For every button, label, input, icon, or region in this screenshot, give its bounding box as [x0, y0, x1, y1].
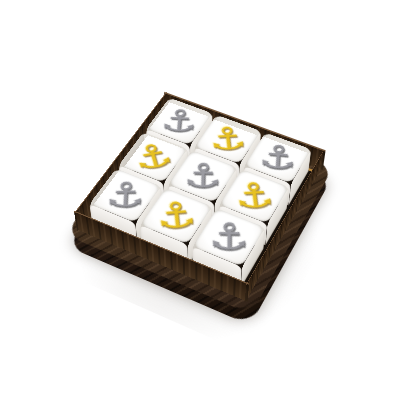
gold-anchor-piece[interactable]: ⚓ [155, 197, 199, 235]
silver-anchor-piece[interactable]: ⚓ [183, 159, 223, 192]
silver-anchor-piece[interactable]: ⚓ [257, 140, 297, 175]
gold-anchor-piece[interactable]: ⚓ [208, 123, 249, 156]
gold-anchor-piece[interactable]: ⚓ [233, 178, 277, 214]
product-photo-scene: ⚓⚓⚓⚓⚓⚓⚓⚓⚓ [0, 0, 406, 406]
silver-anchor-piece[interactable]: ⚓ [105, 178, 146, 212]
silver-anchor-piece[interactable]: ⚓ [208, 219, 250, 256]
silver-anchor-piece[interactable]: ⚓ [159, 106, 199, 137]
gold-anchor-piece[interactable]: ⚓ [131, 138, 177, 176]
